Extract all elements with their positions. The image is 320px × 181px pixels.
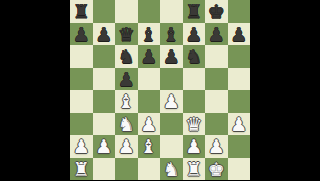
square-g4[interactable]	[205, 90, 228, 113]
square-d3[interactable]: ♟	[138, 113, 161, 136]
square-h4[interactable]	[228, 90, 251, 113]
piece-black-pawn[interactable]: ♟	[163, 45, 180, 68]
square-b2[interactable]: ♟	[93, 135, 116, 158]
piece-white-knight[interactable]: ♞	[118, 113, 135, 136]
piece-black-queen[interactable]: ♛	[118, 23, 135, 46]
piece-white-bishop[interactable]: ♝	[118, 90, 135, 113]
piece-black-pawn[interactable]: ♟	[140, 45, 157, 68]
chess-board: ♜♜♚♟♟♛♝♝♟♟♟♞♟♟♞♟♝♟♞♟♛♟♟♟♟♝♟♟♜♞♜♚	[70, 0, 250, 180]
piece-black-pawn[interactable]: ♟	[230, 23, 247, 46]
piece-black-bishop[interactable]: ♝	[163, 23, 180, 46]
square-d2[interactable]: ♝	[138, 135, 161, 158]
square-d7[interactable]: ♝	[138, 23, 161, 46]
piece-white-pawn[interactable]: ♟	[230, 113, 247, 136]
square-e6[interactable]: ♟	[160, 45, 183, 68]
square-d1[interactable]	[138, 158, 161, 181]
square-g6[interactable]	[205, 45, 228, 68]
square-c4[interactable]: ♝	[115, 90, 138, 113]
piece-black-pawn[interactable]: ♟	[118, 68, 135, 91]
piece-white-queen[interactable]: ♛	[185, 113, 202, 136]
square-f1[interactable]: ♜	[183, 158, 206, 181]
piece-white-pawn[interactable]: ♟	[140, 113, 157, 136]
square-e8[interactable]	[160, 0, 183, 23]
piece-white-pawn[interactable]: ♟	[163, 90, 180, 113]
piece-black-knight[interactable]: ♞	[185, 45, 202, 68]
piece-white-rook[interactable]: ♜	[73, 158, 90, 181]
square-a7[interactable]: ♟	[70, 23, 93, 46]
square-e2[interactable]	[160, 135, 183, 158]
square-d5[interactable]	[138, 68, 161, 91]
piece-white-bishop[interactable]: ♝	[140, 135, 157, 158]
square-h2[interactable]	[228, 135, 251, 158]
square-b8[interactable]	[93, 0, 116, 23]
square-f3[interactable]: ♛	[183, 113, 206, 136]
piece-black-king[interactable]: ♚	[208, 0, 225, 23]
piece-white-king[interactable]: ♚	[208, 158, 225, 181]
piece-white-pawn[interactable]: ♟	[118, 135, 135, 158]
square-a5[interactable]	[70, 68, 93, 91]
piece-black-rook[interactable]: ♜	[73, 0, 90, 23]
piece-black-pawn[interactable]: ♟	[73, 23, 90, 46]
square-b1[interactable]	[93, 158, 116, 181]
square-c1[interactable]	[115, 158, 138, 181]
square-g1[interactable]: ♚	[205, 158, 228, 181]
square-g7[interactable]: ♟	[205, 23, 228, 46]
square-a1[interactable]: ♜	[70, 158, 93, 181]
square-f6[interactable]: ♞	[183, 45, 206, 68]
square-d4[interactable]	[138, 90, 161, 113]
square-c8[interactable]	[115, 0, 138, 23]
piece-white-rook[interactable]: ♜	[185, 158, 202, 181]
square-a2[interactable]: ♟	[70, 135, 93, 158]
piece-white-pawn[interactable]: ♟	[208, 135, 225, 158]
square-c2[interactable]: ♟	[115, 135, 138, 158]
square-c3[interactable]: ♞	[115, 113, 138, 136]
piece-black-pawn[interactable]: ♟	[95, 23, 112, 46]
square-h8[interactable]	[228, 0, 251, 23]
piece-black-rook[interactable]: ♜	[185, 0, 202, 23]
square-h1[interactable]	[228, 158, 251, 181]
square-f4[interactable]	[183, 90, 206, 113]
square-c6[interactable]: ♞	[115, 45, 138, 68]
left-letterbox-bar	[0, 0, 70, 180]
square-a3[interactable]	[70, 113, 93, 136]
square-a6[interactable]	[70, 45, 93, 68]
square-b5[interactable]	[93, 68, 116, 91]
square-h7[interactable]: ♟	[228, 23, 251, 46]
square-c5[interactable]: ♟	[115, 68, 138, 91]
square-h5[interactable]	[228, 68, 251, 91]
square-a8[interactable]: ♜	[70, 0, 93, 23]
right-letterbox-bar	[250, 0, 320, 180]
square-e4[interactable]: ♟	[160, 90, 183, 113]
square-c7[interactable]: ♛	[115, 23, 138, 46]
square-e1[interactable]: ♞	[160, 158, 183, 181]
square-f2[interactable]: ♟	[183, 135, 206, 158]
piece-white-pawn[interactable]: ♟	[185, 135, 202, 158]
square-b3[interactable]	[93, 113, 116, 136]
square-f7[interactable]: ♟	[183, 23, 206, 46]
square-e7[interactable]: ♝	[160, 23, 183, 46]
square-d8[interactable]	[138, 0, 161, 23]
square-g8[interactable]: ♚	[205, 0, 228, 23]
square-d6[interactable]: ♟	[138, 45, 161, 68]
piece-white-pawn[interactable]: ♟	[73, 135, 90, 158]
piece-black-bishop[interactable]: ♝	[140, 23, 157, 46]
square-a4[interactable]	[70, 90, 93, 113]
piece-black-pawn[interactable]: ♟	[208, 23, 225, 46]
square-b6[interactable]	[93, 45, 116, 68]
square-h6[interactable]	[228, 45, 251, 68]
square-h3[interactable]: ♟	[228, 113, 251, 136]
square-b7[interactable]: ♟	[93, 23, 116, 46]
piece-white-pawn[interactable]: ♟	[95, 135, 112, 158]
piece-black-knight[interactable]: ♞	[118, 45, 135, 68]
square-f8[interactable]: ♜	[183, 0, 206, 23]
screenshot-root: ♜♜♚♟♟♛♝♝♟♟♟♞♟♟♞♟♝♟♞♟♛♟♟♟♟♝♟♟♜♞♜♚	[0, 0, 320, 180]
square-g2[interactable]: ♟	[205, 135, 228, 158]
square-g3[interactable]	[205, 113, 228, 136]
square-e3[interactable]	[160, 113, 183, 136]
square-g5[interactable]	[205, 68, 228, 91]
square-b4[interactable]	[93, 90, 116, 113]
piece-black-pawn[interactable]: ♟	[185, 23, 202, 46]
piece-white-knight[interactable]: ♞	[163, 158, 180, 181]
square-f5[interactable]	[183, 68, 206, 91]
square-e5[interactable]	[160, 68, 183, 91]
